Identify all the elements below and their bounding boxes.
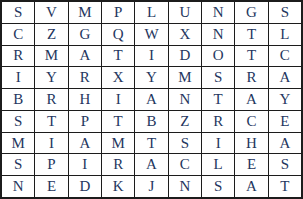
grid-cell-r2c9[interactable]: L	[269, 24, 301, 45]
grid-cell-r7c5[interactable]: T	[135, 133, 167, 154]
grid-cell-r1c7[interactable]: N	[202, 2, 234, 23]
grid-cell-r4c9[interactable]: A	[269, 67, 301, 88]
grid-cell-r4c4[interactable]: X	[102, 67, 134, 88]
grid-cell-r6c9[interactable]: E	[269, 111, 301, 132]
grid-cell-r7c8[interactable]: H	[235, 133, 267, 154]
grid-cell-r3c8[interactable]: T	[235, 46, 267, 67]
grid-cell-r9c5[interactable]: J	[135, 176, 167, 197]
grid-cell-r7c1[interactable]: M	[2, 133, 34, 154]
grid-cell-r2c4[interactable]: Q	[102, 24, 134, 45]
grid-cell-r2c5[interactable]: W	[135, 24, 167, 45]
grid-cell-r9c2[interactable]: E	[35, 176, 67, 197]
grid-cell-r8c8[interactable]: E	[235, 154, 267, 175]
grid-cell-r5c4[interactable]: I	[102, 89, 134, 110]
grid-cell-r7c4[interactable]: M	[102, 133, 134, 154]
grid-cell-r2c8[interactable]: T	[235, 24, 267, 45]
grid-cell-r6c7[interactable]: R	[202, 111, 234, 132]
grid-cell-r6c2[interactable]: T	[35, 111, 67, 132]
grid-cell-r9c8[interactable]: A	[235, 176, 267, 197]
grid-cell-r3c5[interactable]: I	[135, 46, 167, 67]
grid-cell-r5c2[interactable]: R	[35, 89, 67, 110]
grid-cell-r8c3[interactable]: I	[69, 154, 101, 175]
grid-cell-r1c5[interactable]: L	[135, 2, 167, 23]
grid-cell-r5c1[interactable]: B	[2, 89, 34, 110]
word-search-grid: SVMPLUNGSCZGQWXNTLRMATIDOTCIYRXYMSRABRHI…	[0, 0, 303, 199]
grid-cell-r8c9[interactable]: S	[269, 154, 301, 175]
grid-cell-r8c2[interactable]: P	[35, 154, 67, 175]
grid-cell-r5c5[interactable]: A	[135, 89, 167, 110]
grid-cell-r4c5[interactable]: Y	[135, 67, 167, 88]
grid-cell-r9c4[interactable]: K	[102, 176, 134, 197]
grid-cell-r4c8[interactable]: R	[235, 67, 267, 88]
grid-cell-r4c1[interactable]: I	[2, 67, 34, 88]
grid-cell-r2c1[interactable]: C	[2, 24, 34, 45]
grid-cell-r7c9[interactable]: A	[269, 133, 301, 154]
grid-cell-r3c9[interactable]: C	[269, 46, 301, 67]
grid-cell-r9c6[interactable]: N	[169, 176, 201, 197]
grid-cell-r9c3[interactable]: D	[69, 176, 101, 197]
grid-cell-r4c2[interactable]: Y	[35, 67, 67, 88]
grid-cell-r8c1[interactable]: S	[2, 154, 34, 175]
grid-cell-r8c6[interactable]: C	[169, 154, 201, 175]
grid-cell-r9c9[interactable]: T	[269, 176, 301, 197]
grid-cell-r4c7[interactable]: S	[202, 67, 234, 88]
grid-cell-r5c3[interactable]: H	[69, 89, 101, 110]
grid-cell-r2c3[interactable]: G	[69, 24, 101, 45]
grid-cell-r7c6[interactable]: S	[169, 133, 201, 154]
grid-cell-r5c8[interactable]: A	[235, 89, 267, 110]
grid-cell-r1c4[interactable]: P	[102, 2, 134, 23]
grid-cell-r2c6[interactable]: X	[169, 24, 201, 45]
grid-cell-r6c6[interactable]: Z	[169, 111, 201, 132]
grid-cell-r7c3[interactable]: A	[69, 133, 101, 154]
grid-cell-r2c7[interactable]: N	[202, 24, 234, 45]
grid-cell-r5c6[interactable]: N	[169, 89, 201, 110]
grid-cell-r1c6[interactable]: U	[169, 2, 201, 23]
grid-cell-r3c2[interactable]: M	[35, 46, 67, 67]
grid-cell-r3c7[interactable]: O	[202, 46, 234, 67]
grid-cell-r3c4[interactable]: T	[102, 46, 134, 67]
grid-cell-r2c2[interactable]: Z	[35, 24, 67, 45]
grid-cell-r6c3[interactable]: P	[69, 111, 101, 132]
grid-cell-r9c7[interactable]: S	[202, 176, 234, 197]
grid-cell-r4c3[interactable]: R	[69, 67, 101, 88]
grid-cell-r1c1[interactable]: S	[2, 2, 34, 23]
grid-cell-r6c4[interactable]: T	[102, 111, 134, 132]
grid-cell-r9c1[interactable]: N	[2, 176, 34, 197]
grid-cell-r6c8[interactable]: C	[235, 111, 267, 132]
grid-cell-r3c3[interactable]: A	[69, 46, 101, 67]
grid-cell-r3c1[interactable]: R	[2, 46, 34, 67]
grid-cell-r5c9[interactable]: Y	[269, 89, 301, 110]
grid-cell-r1c3[interactable]: M	[69, 2, 101, 23]
grid-cell-r4c6[interactable]: M	[169, 67, 201, 88]
grid-cell-r1c2[interactable]: V	[35, 2, 67, 23]
grid-cell-r1c9[interactable]: S	[269, 2, 301, 23]
grid-cell-r7c7[interactable]: I	[202, 133, 234, 154]
grid-cell-r3c6[interactable]: D	[169, 46, 201, 67]
grid-cell-r1c8[interactable]: G	[235, 2, 267, 23]
grid-cell-r6c5[interactable]: B	[135, 111, 167, 132]
grid-cell-r7c2[interactable]: I	[35, 133, 67, 154]
grid-cell-r8c5[interactable]: A	[135, 154, 167, 175]
grid-cell-r8c7[interactable]: L	[202, 154, 234, 175]
grid-cell-r6c1[interactable]: S	[2, 111, 34, 132]
grid-cell-r8c4[interactable]: R	[102, 154, 134, 175]
grid-cell-r5c7[interactable]: T	[202, 89, 234, 110]
